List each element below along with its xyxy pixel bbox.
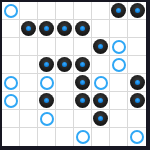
- cell-r1c6[interactable]: [110, 20, 128, 38]
- cell-r2c3[interactable]: [56, 38, 74, 56]
- cell-r5c7[interactable]: [128, 92, 146, 110]
- cell-r4c2[interactable]: [38, 74, 56, 92]
- white-stone: [112, 40, 126, 54]
- cell-r4c7[interactable]: [128, 74, 146, 92]
- cell-r3c0[interactable]: [2, 56, 20, 74]
- cell-r0c1[interactable]: [20, 2, 38, 20]
- white-stone: [130, 130, 144, 144]
- cell-r3c1[interactable]: [20, 56, 38, 74]
- black-stone: [57, 57, 72, 72]
- black-stone: [93, 39, 108, 54]
- cell-r2c6[interactable]: [110, 38, 128, 56]
- cell-r5c1[interactable]: [20, 92, 38, 110]
- cell-r4c1[interactable]: [20, 74, 38, 92]
- white-stone: [40, 76, 54, 90]
- cell-r7c7[interactable]: [128, 128, 146, 146]
- cell-r6c2[interactable]: [38, 110, 56, 128]
- cell-r1c1[interactable]: [20, 20, 38, 38]
- cell-r0c6[interactable]: [110, 2, 128, 20]
- black-stone: [75, 75, 90, 90]
- cell-r3c4[interactable]: [74, 56, 92, 74]
- cell-r2c2[interactable]: [38, 38, 56, 56]
- cell-r4c6[interactable]: [110, 74, 128, 92]
- board-grid: [2, 2, 146, 146]
- cell-r7c3[interactable]: [56, 128, 74, 146]
- cell-r1c2[interactable]: [38, 20, 56, 38]
- cell-r2c5[interactable]: [92, 38, 110, 56]
- black-stone: [39, 57, 54, 72]
- black-stone: [57, 21, 72, 36]
- cell-r6c4[interactable]: [74, 110, 92, 128]
- cell-r4c5[interactable]: [92, 74, 110, 92]
- cell-r6c0[interactable]: [2, 110, 20, 128]
- cell-r7c6[interactable]: [110, 128, 128, 146]
- cell-r7c2[interactable]: [38, 128, 56, 146]
- cell-r3c2[interactable]: [38, 56, 56, 74]
- cell-r6c1[interactable]: [20, 110, 38, 128]
- black-stone: [93, 93, 108, 108]
- cell-r0c3[interactable]: [56, 2, 74, 20]
- cell-r5c3[interactable]: [56, 92, 74, 110]
- black-stone: [130, 93, 145, 108]
- cell-r0c7[interactable]: [128, 2, 146, 20]
- cell-r1c7[interactable]: [128, 20, 146, 38]
- white-stone: [4, 4, 18, 18]
- cell-r7c0[interactable]: [2, 128, 20, 146]
- white-stone: [94, 76, 108, 90]
- cell-r4c4[interactable]: [74, 74, 92, 92]
- black-stone: [130, 75, 145, 90]
- cell-r7c1[interactable]: [20, 128, 38, 146]
- black-stone: [39, 21, 54, 36]
- board-frame: [0, 0, 150, 150]
- cell-r5c4[interactable]: [74, 92, 92, 110]
- white-stone: [112, 58, 126, 72]
- cell-r5c0[interactable]: [2, 92, 20, 110]
- cell-r4c0[interactable]: [2, 74, 20, 92]
- black-stone: [111, 3, 126, 18]
- cell-r2c0[interactable]: [2, 38, 20, 56]
- black-stone: [75, 93, 90, 108]
- cell-r3c7[interactable]: [128, 56, 146, 74]
- cell-r6c3[interactable]: [56, 110, 74, 128]
- cell-r2c7[interactable]: [128, 38, 146, 56]
- cell-r6c5[interactable]: [92, 110, 110, 128]
- cell-r0c2[interactable]: [38, 2, 56, 20]
- cell-r5c2[interactable]: [38, 92, 56, 110]
- black-stone: [130, 3, 145, 18]
- cell-r3c3[interactable]: [56, 56, 74, 74]
- cell-r2c1[interactable]: [20, 38, 38, 56]
- cell-r6c6[interactable]: [110, 110, 128, 128]
- cell-r5c6[interactable]: [110, 92, 128, 110]
- cell-r5c5[interactable]: [92, 92, 110, 110]
- black-stone: [21, 21, 36, 36]
- cell-r1c0[interactable]: [2, 20, 20, 38]
- black-stone: [75, 21, 90, 36]
- cell-r2c4[interactable]: [74, 38, 92, 56]
- cell-r0c0[interactable]: [2, 2, 20, 20]
- cell-r6c7[interactable]: [128, 110, 146, 128]
- white-stone: [4, 94, 18, 108]
- cell-r7c5[interactable]: [92, 128, 110, 146]
- white-stone: [40, 112, 54, 126]
- cell-r1c4[interactable]: [74, 20, 92, 38]
- cell-r1c5[interactable]: [92, 20, 110, 38]
- cell-r3c6[interactable]: [110, 56, 128, 74]
- cell-r7c4[interactable]: [74, 128, 92, 146]
- cell-r3c5[interactable]: [92, 56, 110, 74]
- cell-r4c3[interactable]: [56, 74, 74, 92]
- black-stone: [93, 111, 108, 126]
- black-stone: [75, 57, 90, 72]
- cell-r1c3[interactable]: [56, 20, 74, 38]
- white-stone: [4, 76, 18, 90]
- cell-r0c4[interactable]: [74, 2, 92, 20]
- white-stone: [76, 130, 90, 144]
- cell-r0c5[interactable]: [92, 2, 110, 20]
- black-stone: [39, 93, 54, 108]
